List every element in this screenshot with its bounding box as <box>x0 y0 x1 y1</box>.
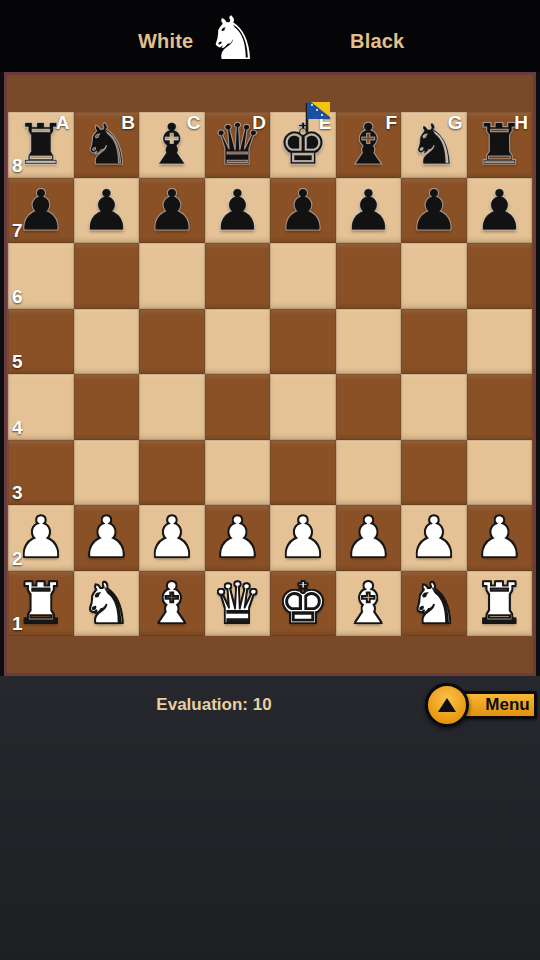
square-d1[interactable]: ♛ <box>205 571 271 637</box>
square-c1[interactable]: ♝ <box>139 571 205 637</box>
piece-black-pawn[interactable]: ♟ <box>139 178 205 244</box>
square-e2[interactable]: ♟ <box>270 505 336 571</box>
piece-white-pawn[interactable]: ♟ <box>401 505 467 571</box>
piece-black-pawn[interactable]: ♟ <box>467 178 533 244</box>
square-g2[interactable]: ♟ <box>401 505 467 571</box>
square-f2[interactable]: ♟ <box>336 505 402 571</box>
piece-black-pawn[interactable]: ♟ <box>8 178 74 244</box>
piece-white-knight[interactable]: ♞ <box>401 571 467 637</box>
square-a5[interactable]: 5 <box>8 309 74 375</box>
piece-white-rook[interactable]: ♜ <box>8 571 74 637</box>
square-a2[interactable]: 2♟ <box>8 505 74 571</box>
square-f8[interactable]: F♝ <box>336 112 402 178</box>
flag-icon <box>299 99 333 135</box>
square-d8[interactable]: D♛ <box>205 112 271 178</box>
square-h7[interactable]: ♟ <box>467 178 533 244</box>
square-g3[interactable] <box>401 440 467 506</box>
piece-black-pawn[interactable]: ♟ <box>401 178 467 244</box>
square-a4[interactable]: 4 <box>8 374 74 440</box>
square-g1[interactable]: ♞ <box>401 571 467 637</box>
piece-white-pawn[interactable]: ♟ <box>74 505 140 571</box>
menu-label: Menu <box>485 695 529 715</box>
piece-black-rook[interactable]: ♜ <box>467 112 533 178</box>
piece-black-rook[interactable]: ♜ <box>8 112 74 178</box>
rank-label-5: 5 <box>12 351 23 373</box>
square-e6[interactable] <box>270 243 336 309</box>
square-d2[interactable]: ♟ <box>205 505 271 571</box>
square-b6[interactable] <box>74 243 140 309</box>
piece-white-pawn[interactable]: ♟ <box>205 505 271 571</box>
square-h1[interactable]: ♜ <box>467 571 533 637</box>
piece-white-pawn[interactable]: ♟ <box>467 505 533 571</box>
piece-black-pawn[interactable]: ♟ <box>336 178 402 244</box>
evaluation-text: Evaluation: 10 <box>0 695 428 715</box>
square-a7[interactable]: 7♟ <box>8 178 74 244</box>
square-b5[interactable] <box>74 309 140 375</box>
square-f3[interactable] <box>336 440 402 506</box>
piece-white-rook[interactable]: ♜ <box>467 571 533 637</box>
square-e5[interactable] <box>270 309 336 375</box>
square-h2[interactable]: ♟ <box>467 505 533 571</box>
piece-black-bishop[interactable]: ♝ <box>139 112 205 178</box>
header-bar: White ♞ Black <box>0 0 540 72</box>
square-h6[interactable] <box>467 243 533 309</box>
square-g8[interactable]: G♞ <box>401 112 467 178</box>
piece-black-pawn[interactable]: ♟ <box>74 178 140 244</box>
square-b1[interactable]: ♞ <box>74 571 140 637</box>
rank-label-4: 4 <box>12 417 23 439</box>
rank-label-6: 6 <box>12 286 23 308</box>
board: A8♜B♞C♝D♛E♚F♝G♞H♜7♟♟♟♟♟♟♟♟65432♟♟♟♟♟♟♟♟1… <box>8 112 532 636</box>
piece-white-bishop[interactable]: ♝ <box>336 571 402 637</box>
square-h8[interactable]: H♜ <box>467 112 533 178</box>
square-c5[interactable] <box>139 309 205 375</box>
square-d6[interactable] <box>205 243 271 309</box>
rank-label-3: 3 <box>12 482 23 504</box>
piece-black-queen[interactable]: ♛ <box>205 112 271 178</box>
piece-white-king[interactable]: ♚ <box>270 571 336 637</box>
menu-button[interactable]: Menu <box>425 683 537 729</box>
square-a6[interactable]: 6 <box>8 243 74 309</box>
piece-black-knight[interactable]: ♞ <box>401 112 467 178</box>
piece-white-pawn[interactable]: ♟ <box>8 505 74 571</box>
square-d5[interactable] <box>205 309 271 375</box>
square-e4[interactable] <box>270 374 336 440</box>
square-a1[interactable]: 1♜ <box>8 571 74 637</box>
menu-button-body[interactable]: Menu <box>462 691 537 719</box>
square-c4[interactable] <box>139 374 205 440</box>
square-c3[interactable] <box>139 440 205 506</box>
turn-knight-icon: ♞ <box>206 8 260 68</box>
piece-black-knight[interactable]: ♞ <box>74 112 140 178</box>
square-d3[interactable] <box>205 440 271 506</box>
square-b3[interactable] <box>74 440 140 506</box>
piece-black-bishop[interactable]: ♝ <box>336 112 402 178</box>
square-c2[interactable]: ♟ <box>139 505 205 571</box>
piece-white-knight[interactable]: ♞ <box>74 571 140 637</box>
piece-black-pawn[interactable]: ♟ <box>205 178 271 244</box>
square-b4[interactable] <box>74 374 140 440</box>
piece-white-pawn[interactable]: ♟ <box>270 505 336 571</box>
square-e3[interactable] <box>270 440 336 506</box>
square-h3[interactable] <box>467 440 533 506</box>
square-h4[interactable] <box>467 374 533 440</box>
piece-white-pawn[interactable]: ♟ <box>139 505 205 571</box>
square-f7[interactable]: ♟ <box>336 178 402 244</box>
square-f6[interactable] <box>336 243 402 309</box>
square-f4[interactable] <box>336 374 402 440</box>
player-black-label: Black <box>350 30 404 53</box>
square-e1[interactable]: ♚ <box>270 571 336 637</box>
bottom-panel: Evaluation: 10 Menu <box>0 676 540 960</box>
square-f1[interactable]: ♝ <box>336 571 402 637</box>
square-c8[interactable]: C♝ <box>139 112 205 178</box>
square-d4[interactable] <box>205 374 271 440</box>
square-g4[interactable] <box>401 374 467 440</box>
square-f5[interactable] <box>336 309 402 375</box>
piece-black-pawn[interactable]: ♟ <box>270 178 336 244</box>
square-c6[interactable] <box>139 243 205 309</box>
square-g7[interactable]: ♟ <box>401 178 467 244</box>
square-b7[interactable]: ♟ <box>74 178 140 244</box>
app-screen: White ♞ Black A8♜B♞C♝D♛E♚F♝G♞H♜7♟♟♟♟♟♟♟♟… <box>0 0 540 960</box>
piece-white-pawn[interactable]: ♟ <box>336 505 402 571</box>
player-white-label: White <box>138 30 193 53</box>
square-a3[interactable]: 3 <box>8 440 74 506</box>
piece-white-bishop[interactable]: ♝ <box>139 571 205 637</box>
square-g5[interactable] <box>401 309 467 375</box>
square-b8[interactable]: B♞ <box>74 112 140 178</box>
triangle-up-glyph <box>438 698 456 712</box>
piece-white-queen[interactable]: ♛ <box>205 571 271 637</box>
square-b2[interactable]: ♟ <box>74 505 140 571</box>
up-arrow-icon[interactable] <box>425 683 469 727</box>
square-h5[interactable] <box>467 309 533 375</box>
square-g6[interactable] <box>401 243 467 309</box>
square-e7[interactable]: ♟ <box>270 178 336 244</box>
square-a8[interactable]: A8♜ <box>8 112 74 178</box>
square-c7[interactable]: ♟ <box>139 178 205 244</box>
square-d7[interactable]: ♟ <box>205 178 271 244</box>
